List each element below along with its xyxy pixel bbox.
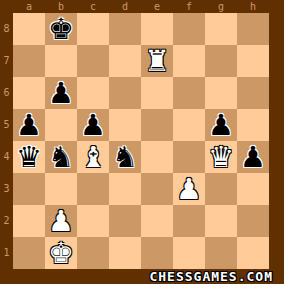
square-e3	[141, 173, 173, 205]
square-e4	[141, 141, 173, 173]
square-e6	[141, 77, 173, 109]
square-f6	[173, 77, 205, 109]
square-c7	[77, 45, 109, 77]
black-pawn-piece: ♟	[80, 109, 106, 141]
square-c2	[77, 205, 109, 237]
black-knight-piece: ♞	[112, 141, 138, 173]
file-label-f: f	[173, 0, 205, 13]
square-g2	[205, 205, 237, 237]
white-queen-piece: ♛	[208, 141, 234, 173]
square-f4	[173, 141, 205, 173]
square-f3: ♟	[173, 173, 205, 205]
file-label-d: d	[109, 0, 141, 13]
square-c4: ♝	[77, 141, 109, 173]
square-e8	[141, 13, 173, 45]
square-a8	[13, 13, 45, 45]
square-a7	[13, 45, 45, 77]
square-e1	[141, 237, 173, 269]
square-c5: ♟	[77, 109, 109, 141]
black-pawn-piece: ♟	[208, 109, 234, 141]
square-g5: ♟	[205, 109, 237, 141]
white-rook-piece: ♜	[144, 45, 170, 77]
square-d7	[109, 45, 141, 77]
square-b5	[45, 109, 77, 141]
square-f7	[173, 45, 205, 77]
square-b8: ♚	[45, 13, 77, 45]
rank-label-8: 8	[0, 13, 13, 45]
white-pawn-piece: ♟	[176, 173, 202, 205]
rank-label-6: 6	[0, 77, 13, 109]
square-b2: ♟	[45, 205, 77, 237]
square-e5	[141, 109, 173, 141]
black-pawn-piece: ♟	[48, 77, 74, 109]
square-d4: ♞	[109, 141, 141, 173]
square-b6: ♟	[45, 77, 77, 109]
rank-label-3: 3	[0, 173, 13, 205]
square-a6	[13, 77, 45, 109]
square-a4: ♛	[13, 141, 45, 173]
square-a3	[13, 173, 45, 205]
square-h1	[237, 237, 269, 269]
square-b1: ♚	[45, 237, 77, 269]
square-d3	[109, 173, 141, 205]
square-e7: ♜	[141, 45, 173, 77]
chess-diagram: ♚♜♟♟♟♟♛♞♝♞♛♟♟♟♚ abcdefgh87654321 CHESSGA…	[0, 0, 284, 284]
square-c3	[77, 173, 109, 205]
square-h8	[237, 13, 269, 45]
square-f2	[173, 205, 205, 237]
file-label-a: a	[13, 0, 45, 13]
black-queen-piece: ♛	[16, 141, 42, 173]
square-h6	[237, 77, 269, 109]
square-g6	[205, 77, 237, 109]
black-knight-piece: ♞	[48, 141, 74, 173]
square-d5	[109, 109, 141, 141]
square-g4: ♛	[205, 141, 237, 173]
file-label-c: c	[77, 0, 109, 13]
square-e2	[141, 205, 173, 237]
square-g8	[205, 13, 237, 45]
square-g7	[205, 45, 237, 77]
square-f5	[173, 109, 205, 141]
black-pawn-piece: ♟	[240, 141, 266, 173]
square-g1	[205, 237, 237, 269]
square-c1	[77, 237, 109, 269]
square-b3	[45, 173, 77, 205]
square-a2	[13, 205, 45, 237]
square-a1	[13, 237, 45, 269]
rank-label-7: 7	[0, 45, 13, 77]
square-d1	[109, 237, 141, 269]
square-f1	[173, 237, 205, 269]
file-label-h: h	[237, 0, 269, 13]
square-d6	[109, 77, 141, 109]
square-h7	[237, 45, 269, 77]
file-label-b: b	[45, 0, 77, 13]
white-king-piece: ♚	[48, 237, 74, 269]
rank-label-2: 2	[0, 205, 13, 237]
site-watermark: CHESSGAMES.COM	[149, 270, 273, 283]
rank-label-1: 1	[0, 237, 13, 269]
white-pawn-piece: ♟	[48, 205, 74, 237]
square-h2	[237, 205, 269, 237]
chess-board: ♚♜♟♟♟♟♛♞♝♞♛♟♟♟♚	[13, 13, 269, 269]
file-label-g: g	[205, 0, 237, 13]
square-c8	[77, 13, 109, 45]
square-d2	[109, 205, 141, 237]
square-h3	[237, 173, 269, 205]
black-pawn-piece: ♟	[16, 109, 42, 141]
square-d8	[109, 13, 141, 45]
square-h5	[237, 109, 269, 141]
square-c6	[77, 77, 109, 109]
square-b7	[45, 45, 77, 77]
square-g3	[205, 173, 237, 205]
square-b4: ♞	[45, 141, 77, 173]
white-bishop-piece: ♝	[80, 141, 106, 173]
square-a5: ♟	[13, 109, 45, 141]
square-h4: ♟	[237, 141, 269, 173]
square-f8	[173, 13, 205, 45]
rank-label-4: 4	[0, 141, 13, 173]
file-label-e: e	[141, 0, 173, 13]
rank-label-5: 5	[0, 109, 13, 141]
black-king-piece: ♚	[48, 13, 74, 45]
